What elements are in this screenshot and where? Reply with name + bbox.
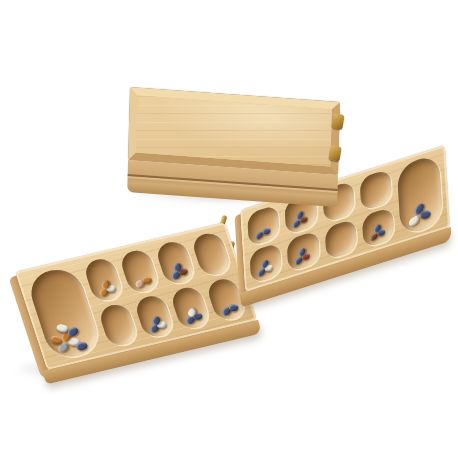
pit-right-back-1[interactable] <box>247 204 280 246</box>
product-photo-scene <box>0 0 458 458</box>
pit-left-front-2[interactable] <box>133 293 175 339</box>
pit-left-front-3[interactable] <box>169 284 211 330</box>
brass-hinge <box>331 113 344 130</box>
case-lid-surface <box>136 96 332 167</box>
stone-blue <box>229 304 239 312</box>
pit-left-front-1[interactable] <box>97 301 139 347</box>
pit-right-front-1[interactable] <box>249 242 282 284</box>
pit-right-back-4[interactable] <box>359 169 392 211</box>
pit-right-front-3[interactable] <box>324 218 357 260</box>
case-halves-seam <box>128 174 338 191</box>
stone-orange <box>142 276 152 284</box>
left-half-surface <box>15 222 257 370</box>
pit-left-back-1[interactable] <box>82 256 124 302</box>
stone-blue <box>76 342 88 351</box>
pit-left-back-4[interactable] <box>190 231 232 277</box>
pit-right-front-2[interactable] <box>287 230 320 272</box>
pit-left-back-2[interactable] <box>118 248 160 294</box>
pit-right-front-4[interactable] <box>362 206 395 248</box>
stone-blue <box>262 227 271 234</box>
closed-case <box>128 87 340 175</box>
store-right[interactable] <box>397 153 443 236</box>
brass-hinge <box>328 145 341 162</box>
pit-left-back-3[interactable] <box>154 239 196 285</box>
board-left-half <box>15 222 257 370</box>
stone-white <box>408 215 420 228</box>
